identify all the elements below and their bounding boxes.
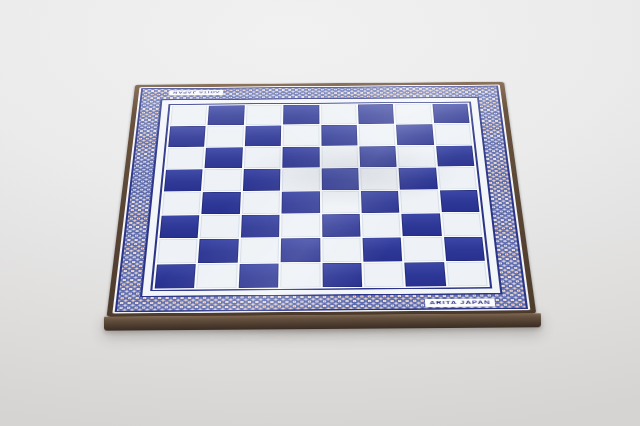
chessboard-top: ARITA JAPAN ARITA JAPAN (107, 82, 537, 317)
square-e4 (321, 191, 359, 213)
square-a8 (170, 106, 207, 126)
square-d4 (282, 191, 320, 213)
square-a7 (168, 126, 206, 146)
square-h2 (444, 237, 485, 261)
square-b1 (197, 264, 238, 289)
square-g4 (400, 190, 439, 212)
square-f1 (363, 262, 404, 287)
square-f2 (362, 238, 402, 262)
square-c7 (245, 126, 282, 146)
chessboard-assembly: ARITA JAPAN ARITA JAPAN (0, 0, 640, 426)
square-f8 (358, 104, 394, 124)
square-h7 (434, 124, 472, 144)
square-a1 (155, 264, 196, 289)
square-a3 (159, 215, 199, 238)
square-f4 (361, 190, 400, 212)
square-c5 (243, 169, 281, 191)
square-f7 (359, 125, 396, 145)
square-d8 (283, 105, 319, 125)
square-c6 (244, 147, 281, 168)
square-e5 (321, 168, 359, 190)
square-d3 (281, 214, 320, 237)
square-g8 (395, 104, 432, 124)
wood-frame-rim: ARITA JAPAN ARITA JAPAN (107, 82, 537, 317)
square-e7 (321, 125, 357, 145)
square-h3 (442, 213, 482, 236)
square-h8 (432, 104, 469, 124)
square-h6 (436, 145, 475, 166)
square-h1 (446, 262, 488, 286)
square-g2 (403, 237, 444, 261)
square-e6 (321, 146, 358, 167)
square-h5 (438, 167, 477, 189)
square-a5 (164, 169, 203, 191)
inner-margin (140, 97, 503, 297)
square-c3 (241, 215, 280, 238)
maker-label-back: ARITA JAPAN (168, 90, 223, 96)
square-c2 (240, 239, 280, 263)
square-d2 (281, 238, 320, 262)
square-e8 (321, 104, 357, 124)
square-f6 (359, 146, 397, 167)
porcelain-tile: ARITA JAPAN ARITA JAPAN (112, 84, 530, 313)
square-b4 (202, 192, 241, 214)
square-e3 (322, 214, 361, 237)
pattern-border: ARITA JAPAN ARITA JAPAN (115, 86, 528, 313)
square-d7 (283, 125, 319, 145)
square-a2 (157, 239, 198, 263)
square-g3 (402, 213, 442, 236)
square-b6 (205, 147, 243, 168)
square-a6 (166, 148, 204, 169)
studio-background: ARITA JAPAN ARITA JAPAN (0, 0, 640, 426)
square-g1 (405, 262, 446, 286)
maker-label-front: ARITA JAPAN (425, 299, 495, 307)
square-d1 (280, 263, 320, 288)
square-c4 (242, 191, 280, 213)
square-d5 (282, 169, 319, 191)
square-e1 (322, 263, 362, 288)
square-h4 (440, 190, 480, 212)
chess-board-grid (150, 102, 492, 292)
square-a4 (162, 192, 201, 214)
square-e2 (322, 238, 361, 262)
square-b2 (198, 239, 238, 263)
square-c8 (246, 105, 282, 125)
square-f5 (360, 168, 398, 190)
square-b8 (208, 105, 245, 125)
square-g7 (396, 125, 433, 145)
square-c1 (238, 263, 278, 288)
square-f3 (362, 214, 401, 237)
square-g5 (399, 168, 438, 190)
square-d6 (282, 147, 319, 168)
square-g6 (398, 146, 436, 167)
square-b3 (200, 215, 240, 238)
square-b7 (206, 126, 243, 146)
square-b5 (203, 169, 241, 191)
